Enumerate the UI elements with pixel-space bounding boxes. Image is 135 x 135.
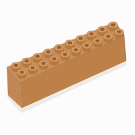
product-image-duplo-brick-2x10: [0, 0, 135, 135]
stud-r2-c5: [60, 51, 69, 61]
stud-r2-c10: [114, 29, 123, 39]
stud-r2-c9: [104, 33, 113, 43]
stud-r2-c6: [71, 47, 80, 57]
stud-r2-c1: [17, 69, 26, 79]
stud-r2-c2: [28, 65, 37, 75]
stud-r2-c8: [93, 38, 102, 48]
stud-r2-c4: [50, 56, 59, 66]
duplo-brick-render: [0, 0, 135, 135]
stud-r2-c3: [39, 60, 48, 70]
stud-r2-c7: [82, 42, 91, 52]
